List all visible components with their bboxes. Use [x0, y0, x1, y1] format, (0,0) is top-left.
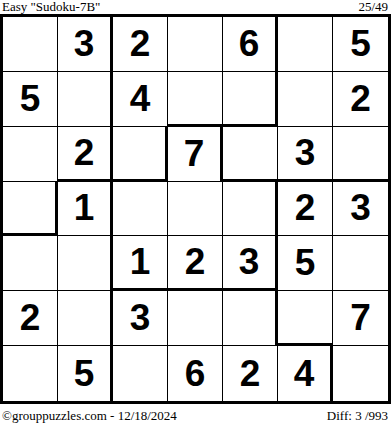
given-count: 25/49	[358, 0, 388, 13]
cell-r7c3[interactable]	[113, 346, 168, 401]
cell-r7c1[interactable]	[3, 346, 58, 401]
cell-r7c2[interactable]: 5	[58, 346, 113, 401]
cell-r4c6[interactable]: 2	[278, 182, 333, 237]
cell-r7c6[interactable]: 4	[278, 346, 333, 401]
cell-r7c4[interactable]: 6	[168, 346, 223, 401]
cell-r4c1[interactable]	[3, 182, 58, 237]
cell-r5c3[interactable]: 1	[113, 236, 168, 291]
cell-r3c2[interactable]: 2	[58, 127, 113, 182]
cell-r4c7[interactable]: 3	[333, 182, 388, 237]
cell-r5c5[interactable]: 3	[223, 236, 278, 291]
cell-r6c4[interactable]	[168, 291, 223, 346]
cell-r5c4[interactable]: 2	[168, 236, 223, 291]
cell-r2c7[interactable]: 2	[333, 72, 388, 127]
cell-r1c1[interactable]	[3, 17, 58, 72]
puzzle-footer: ©grouppuzzles.com - 12/18/2024 Diff: 3 /…	[2, 409, 388, 422]
cell-r1c3[interactable]: 2	[113, 17, 168, 72]
cell-r2c1[interactable]: 5	[3, 72, 58, 127]
cell-r3c5[interactable]	[223, 127, 278, 182]
cell-r1c5[interactable]: 6	[223, 17, 278, 72]
cell-r4c3[interactable]	[113, 182, 168, 237]
cell-r6c7[interactable]: 7	[333, 291, 388, 346]
cell-r2c6[interactable]	[278, 72, 333, 127]
cell-r7c5[interactable]: 2	[223, 346, 278, 401]
cell-r6c6[interactable]	[278, 291, 333, 346]
cell-r6c1[interactable]: 2	[3, 291, 58, 346]
cell-r4c5[interactable]	[223, 182, 278, 237]
sudoku-board: 326554227312312352375624	[0, 14, 391, 404]
cell-r3c4[interactable]: 7	[168, 127, 223, 182]
footer-difficulty: Diff: 3 /993	[327, 409, 388, 422]
cell-r2c4[interactable]	[168, 72, 223, 127]
cell-r2c2[interactable]	[58, 72, 113, 127]
cell-r5c1[interactable]	[3, 236, 58, 291]
cell-r4c2[interactable]: 1	[58, 182, 113, 237]
cell-r3c7[interactable]	[333, 127, 388, 182]
cell-r5c6[interactable]: 5	[278, 236, 333, 291]
cell-r1c4[interactable]	[168, 17, 223, 72]
cell-r6c5[interactable]	[223, 291, 278, 346]
cell-r3c3[interactable]	[113, 127, 168, 182]
cell-r6c3[interactable]: 3	[113, 291, 168, 346]
footer-credit: ©grouppuzzles.com - 12/18/2024	[2, 409, 177, 422]
cell-r3c6[interactable]: 3	[278, 127, 333, 182]
cell-r1c7[interactable]: 5	[333, 17, 388, 72]
cell-r6c2[interactable]	[58, 291, 113, 346]
cell-r5c7[interactable]	[333, 236, 388, 291]
cell-r1c6[interactable]	[278, 17, 333, 72]
cell-r3c1[interactable]	[3, 127, 58, 182]
puzzle-header: Easy "Sudoku-7B" 25/49	[2, 0, 388, 14]
cell-r2c5[interactable]	[223, 72, 278, 127]
cell-r2c3[interactable]: 4	[113, 72, 168, 127]
page-title: Easy "Sudoku-7B"	[2, 0, 100, 13]
cell-r5c2[interactable]	[58, 236, 113, 291]
cell-r4c4[interactable]	[168, 182, 223, 237]
cell-r1c2[interactable]: 3	[58, 17, 113, 72]
cell-r7c7[interactable]	[333, 346, 388, 401]
